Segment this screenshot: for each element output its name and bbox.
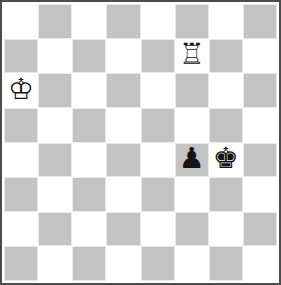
square-h7[interactable] — [243, 39, 277, 74]
square-c4[interactable] — [72, 143, 106, 178]
square-e3[interactable] — [141, 177, 175, 212]
square-d5[interactable] — [106, 108, 140, 143]
square-d8[interactable] — [106, 4, 140, 39]
chess-board-frame: ♖♔♟♚ — [0, 0, 281, 285]
square-h3[interactable] — [243, 177, 277, 212]
square-a6[interactable]: ♔ — [4, 73, 38, 108]
square-f3[interactable] — [175, 177, 209, 212]
square-a4[interactable] — [4, 143, 38, 178]
square-e4[interactable] — [141, 143, 175, 178]
square-c7[interactable] — [72, 39, 106, 74]
square-e7[interactable] — [141, 39, 175, 74]
square-c3[interactable] — [72, 177, 106, 212]
black-king-piece[interactable]: ♚ — [213, 144, 239, 173]
white-rook-piece[interactable]: ♖ — [179, 40, 205, 69]
square-g5[interactable] — [209, 108, 243, 143]
square-g3[interactable] — [209, 177, 243, 212]
square-h5[interactable] — [243, 108, 277, 143]
square-d1[interactable] — [106, 246, 140, 281]
square-b3[interactable] — [38, 177, 72, 212]
square-e8[interactable] — [141, 4, 175, 39]
square-e5[interactable] — [141, 108, 175, 143]
square-b8[interactable] — [38, 4, 72, 39]
square-h6[interactable] — [243, 73, 277, 108]
square-b4[interactable] — [38, 143, 72, 178]
square-d3[interactable] — [106, 177, 140, 212]
square-c5[interactable] — [72, 108, 106, 143]
square-g6[interactable] — [209, 73, 243, 108]
square-a3[interactable] — [4, 177, 38, 212]
square-c1[interactable] — [72, 246, 106, 281]
square-g4[interactable]: ♚ — [209, 143, 243, 178]
square-b1[interactable] — [38, 246, 72, 281]
square-a8[interactable] — [4, 4, 38, 39]
square-e2[interactable] — [141, 212, 175, 247]
square-b5[interactable] — [38, 108, 72, 143]
square-h8[interactable] — [243, 4, 277, 39]
square-a1[interactable] — [4, 246, 38, 281]
square-h1[interactable] — [243, 246, 277, 281]
square-c2[interactable] — [72, 212, 106, 247]
square-c6[interactable] — [72, 73, 106, 108]
chess-board: ♖♔♟♚ — [4, 4, 277, 281]
square-f7[interactable]: ♖ — [175, 39, 209, 74]
square-f5[interactable] — [175, 108, 209, 143]
square-a5[interactable] — [4, 108, 38, 143]
square-d6[interactable] — [106, 73, 140, 108]
square-d2[interactable] — [106, 212, 140, 247]
white-king-piece[interactable]: ♔ — [8, 75, 34, 104]
square-d4[interactable] — [106, 143, 140, 178]
square-g7[interactable] — [209, 39, 243, 74]
square-b2[interactable] — [38, 212, 72, 247]
square-g1[interactable] — [209, 246, 243, 281]
square-d7[interactable] — [106, 39, 140, 74]
square-a2[interactable] — [4, 212, 38, 247]
square-f6[interactable] — [175, 73, 209, 108]
square-f4[interactable]: ♟ — [175, 143, 209, 178]
square-b6[interactable] — [38, 73, 72, 108]
square-h4[interactable] — [243, 143, 277, 178]
square-e1[interactable] — [141, 246, 175, 281]
square-g2[interactable] — [209, 212, 243, 247]
square-a7[interactable] — [4, 39, 38, 74]
square-f1[interactable] — [175, 246, 209, 281]
black-pawn-piece[interactable]: ♟ — [179, 144, 205, 173]
square-b7[interactable] — [38, 39, 72, 74]
square-h2[interactable] — [243, 212, 277, 247]
square-e6[interactable] — [141, 73, 175, 108]
square-f2[interactable] — [175, 212, 209, 247]
square-g8[interactable] — [209, 4, 243, 39]
square-f8[interactable] — [175, 4, 209, 39]
square-c8[interactable] — [72, 4, 106, 39]
